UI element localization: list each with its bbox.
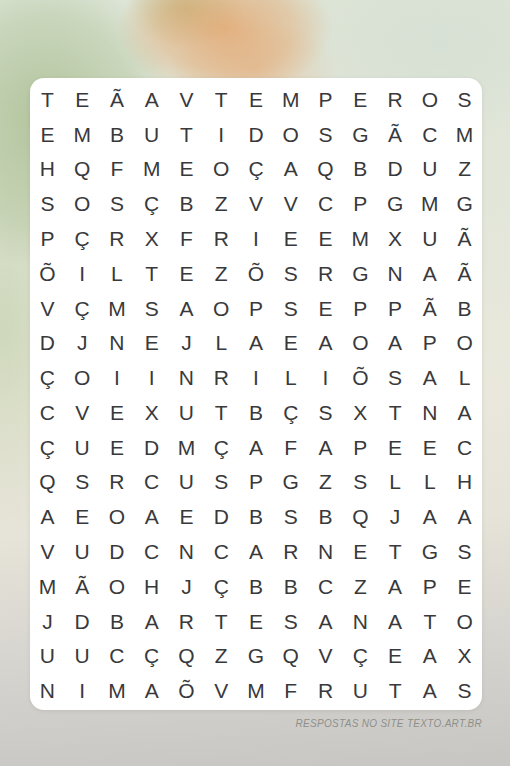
grid-cell: B bbox=[100, 117, 135, 152]
grid-cell: L bbox=[204, 325, 239, 360]
grid-cell: V bbox=[30, 534, 65, 569]
grid-cell: J bbox=[378, 499, 413, 534]
grid-cell: P bbox=[239, 465, 274, 500]
grid-cell: A bbox=[134, 604, 169, 639]
grid-cell: T bbox=[378, 395, 413, 430]
grid-cell: G bbox=[378, 186, 413, 221]
grid-cell: B bbox=[343, 152, 378, 187]
grid-cell: J bbox=[65, 325, 100, 360]
grid-cell: P bbox=[378, 291, 413, 326]
grid-cell: A bbox=[169, 291, 204, 326]
grid-cell: Q bbox=[169, 638, 204, 673]
grid-cell: N bbox=[100, 325, 135, 360]
grid-cell: Q bbox=[273, 638, 308, 673]
grid-cell: S bbox=[134, 291, 169, 326]
grid-cell: C bbox=[30, 395, 65, 430]
grid-cell: O bbox=[447, 325, 482, 360]
grid-cell: S bbox=[308, 395, 343, 430]
grid-cell: C bbox=[100, 638, 135, 673]
grid-cell: Ã bbox=[447, 256, 482, 291]
grid-cell: A bbox=[378, 325, 413, 360]
grid-cell: M bbox=[169, 430, 204, 465]
grid-cell: Ç bbox=[239, 152, 274, 187]
grid-cell: Ç bbox=[273, 395, 308, 430]
grid-cell: B bbox=[273, 569, 308, 604]
grid-cell: U bbox=[134, 117, 169, 152]
grid-cell: X bbox=[447, 638, 482, 673]
grid-cell: T bbox=[134, 256, 169, 291]
grid-cell: E bbox=[239, 82, 274, 117]
grid-cell: O bbox=[65, 186, 100, 221]
grid-cell: M bbox=[447, 117, 482, 152]
grid-cell: D bbox=[65, 604, 100, 639]
grid-cell: A bbox=[308, 430, 343, 465]
grid-cell: R bbox=[100, 465, 135, 500]
grid-cell: Z bbox=[343, 569, 378, 604]
grid-cell: A bbox=[273, 152, 308, 187]
grid-cell: S bbox=[273, 499, 308, 534]
grid-cell: C bbox=[134, 534, 169, 569]
grid-cell: E bbox=[65, 499, 100, 534]
grid-cell: C bbox=[204, 534, 239, 569]
grid-cell: S bbox=[308, 117, 343, 152]
grid-cell: D bbox=[204, 499, 239, 534]
grid-cell: Ç bbox=[134, 638, 169, 673]
grid-cell: T bbox=[169, 117, 204, 152]
grid-cell: N bbox=[308, 534, 343, 569]
grid-cell: Ç bbox=[65, 221, 100, 256]
grid-cell: U bbox=[65, 638, 100, 673]
grid-cell: E bbox=[308, 291, 343, 326]
grid-cell: Q bbox=[343, 499, 378, 534]
grid-cell: Ã bbox=[412, 291, 447, 326]
grid-cell: B bbox=[100, 604, 135, 639]
grid-cell: L bbox=[447, 360, 482, 395]
grid-cell: J bbox=[169, 325, 204, 360]
grid-cell: V bbox=[30, 291, 65, 326]
grid-cell: A bbox=[412, 638, 447, 673]
grid-cell: G bbox=[412, 534, 447, 569]
grid-cell: U bbox=[65, 430, 100, 465]
grid-cell: I bbox=[308, 360, 343, 395]
grid-cell: Z bbox=[204, 638, 239, 673]
grid-cell: X bbox=[378, 221, 413, 256]
grid-cell: C bbox=[134, 465, 169, 500]
grid-cell: E bbox=[100, 395, 135, 430]
grid-cell: F bbox=[100, 152, 135, 187]
grid-cell: V bbox=[308, 638, 343, 673]
grid-cell: O bbox=[447, 604, 482, 639]
grid-cell: E bbox=[378, 430, 413, 465]
grid-cell: I bbox=[100, 360, 135, 395]
grid-cell: B bbox=[169, 186, 204, 221]
grid-cell: E bbox=[378, 638, 413, 673]
grid-cell: D bbox=[100, 534, 135, 569]
grid-cell: X bbox=[134, 395, 169, 430]
grid-cell: M bbox=[30, 569, 65, 604]
grid-cell: O bbox=[273, 117, 308, 152]
grid-cell: Õ bbox=[30, 256, 65, 291]
grid-cell: U bbox=[65, 534, 100, 569]
grid-cell: S bbox=[343, 465, 378, 500]
grid-cell: U bbox=[169, 395, 204, 430]
grid-cell: Ç bbox=[30, 360, 65, 395]
grid-cell: B bbox=[308, 499, 343, 534]
grid-cell: A bbox=[239, 430, 274, 465]
grid-cell: D bbox=[134, 430, 169, 465]
grid-cell: S bbox=[447, 534, 482, 569]
grid-cell: J bbox=[169, 569, 204, 604]
grid-cell: U bbox=[412, 221, 447, 256]
grid-cell: T bbox=[378, 673, 413, 708]
grid-cell: D bbox=[378, 152, 413, 187]
grid-cell: O bbox=[412, 82, 447, 117]
grid-cell: H bbox=[134, 569, 169, 604]
grid-cell: A bbox=[412, 360, 447, 395]
grid-cell: P bbox=[343, 291, 378, 326]
grid-cell: E bbox=[308, 221, 343, 256]
grid-cell: I bbox=[239, 360, 274, 395]
answers-note: RESPOSTAS NO SITE TEXTO.ART.BR bbox=[296, 718, 482, 729]
grid-cell: A bbox=[412, 499, 447, 534]
grid-cell: E bbox=[169, 152, 204, 187]
grid-cell: M bbox=[65, 117, 100, 152]
grid-cell: U bbox=[169, 465, 204, 500]
grid-cell: G bbox=[343, 117, 378, 152]
grid-cell: Õ bbox=[239, 256, 274, 291]
grid-cell: E bbox=[412, 430, 447, 465]
grid-cell: G bbox=[273, 465, 308, 500]
grid-cell: G bbox=[447, 186, 482, 221]
grid-cell: P bbox=[239, 291, 274, 326]
grid-cell: S bbox=[65, 465, 100, 500]
grid-cell: U bbox=[343, 673, 378, 708]
grid-cell: G bbox=[343, 256, 378, 291]
grid-cell: Q bbox=[30, 465, 65, 500]
grid-cell: N bbox=[169, 360, 204, 395]
grid-cell: E bbox=[239, 604, 274, 639]
grid-cell: T bbox=[412, 604, 447, 639]
word-search-grid: TEÃAVTEMPEROSEMBUTIDOSGÃCMHQFMEOÇAQBDUZS… bbox=[30, 82, 482, 708]
grid-cell: A bbox=[412, 673, 447, 708]
grid-cell: P bbox=[343, 430, 378, 465]
grid-cell: N bbox=[30, 673, 65, 708]
grid-cell: Ã bbox=[447, 221, 482, 256]
grid-cell: Ç bbox=[204, 430, 239, 465]
grid-cell: S bbox=[378, 360, 413, 395]
grid-cell: R bbox=[169, 604, 204, 639]
grid-cell: R bbox=[308, 673, 343, 708]
grid-cell: B bbox=[239, 499, 274, 534]
grid-cell: E bbox=[65, 82, 100, 117]
grid-cell: O bbox=[65, 360, 100, 395]
grid-cell: T bbox=[204, 395, 239, 430]
grid-cell: X bbox=[134, 221, 169, 256]
grid-cell: V bbox=[169, 82, 204, 117]
grid-cell: Ç bbox=[30, 430, 65, 465]
grid-cell: L bbox=[273, 360, 308, 395]
grid-cell: A bbox=[447, 499, 482, 534]
grid-cell: M bbox=[100, 673, 135, 708]
puzzle-card: TEÃAVTEMPEROSEMBUTIDOSGÃCMHQFMEOÇAQBDUZS… bbox=[30, 78, 482, 710]
grid-cell: S bbox=[447, 673, 482, 708]
grid-cell: S bbox=[100, 186, 135, 221]
grid-cell: Ã bbox=[378, 117, 413, 152]
grid-cell: Ç bbox=[65, 291, 100, 326]
grid-cell: I bbox=[204, 117, 239, 152]
grid-cell: G bbox=[239, 638, 274, 673]
grid-cell: S bbox=[204, 465, 239, 500]
grid-cell: N bbox=[412, 395, 447, 430]
grid-cell: R bbox=[378, 82, 413, 117]
grid-cell: R bbox=[204, 221, 239, 256]
grid-cell: Z bbox=[204, 256, 239, 291]
grid-cell: Ç bbox=[204, 569, 239, 604]
grid-cell: S bbox=[273, 291, 308, 326]
grid-cell: N bbox=[343, 604, 378, 639]
grid-cell: C bbox=[308, 569, 343, 604]
grid-cell: M bbox=[273, 82, 308, 117]
grid-cell: E bbox=[273, 325, 308, 360]
grid-cell: C bbox=[308, 186, 343, 221]
grid-cell: A bbox=[239, 325, 274, 360]
grid-cell: A bbox=[134, 673, 169, 708]
grid-cell: Õ bbox=[343, 360, 378, 395]
grid-cell: Ã bbox=[100, 82, 135, 117]
grid-cell: T bbox=[204, 82, 239, 117]
grid-cell: Ã bbox=[65, 569, 100, 604]
grid-cell: U bbox=[30, 638, 65, 673]
grid-cell: V bbox=[204, 673, 239, 708]
grid-cell: Z bbox=[204, 186, 239, 221]
grid-cell: T bbox=[204, 604, 239, 639]
grid-cell: R bbox=[204, 360, 239, 395]
grid-cell: I bbox=[65, 673, 100, 708]
grid-cell: Q bbox=[65, 152, 100, 187]
grid-cell: H bbox=[30, 152, 65, 187]
grid-cell: M bbox=[412, 186, 447, 221]
grid-cell: P bbox=[412, 569, 447, 604]
grid-cell: O bbox=[343, 325, 378, 360]
grid-cell: C bbox=[412, 117, 447, 152]
grid-cell: F bbox=[169, 221, 204, 256]
grid-cell: V bbox=[239, 186, 274, 221]
grid-cell: P bbox=[343, 186, 378, 221]
grid-cell: P bbox=[30, 221, 65, 256]
grid-cell: A bbox=[239, 534, 274, 569]
grid-cell: M bbox=[100, 291, 135, 326]
grid-cell: J bbox=[30, 604, 65, 639]
grid-cell: B bbox=[447, 291, 482, 326]
grid-cell: L bbox=[412, 465, 447, 500]
grid-cell: A bbox=[134, 499, 169, 534]
grid-cell: A bbox=[412, 256, 447, 291]
grid-cell: I bbox=[239, 221, 274, 256]
grid-cell: P bbox=[308, 82, 343, 117]
grid-cell: Ç bbox=[343, 638, 378, 673]
grid-cell: I bbox=[65, 256, 100, 291]
grid-cell: A bbox=[378, 604, 413, 639]
grid-cell: S bbox=[30, 186, 65, 221]
grid-cell: A bbox=[378, 569, 413, 604]
grid-cell: D bbox=[30, 325, 65, 360]
grid-cell: B bbox=[239, 395, 274, 430]
grid-cell: E bbox=[30, 117, 65, 152]
grid-cell: F bbox=[273, 673, 308, 708]
grid-cell: F bbox=[273, 430, 308, 465]
grid-cell: V bbox=[273, 186, 308, 221]
grid-cell: E bbox=[169, 256, 204, 291]
grid-cell: Õ bbox=[169, 673, 204, 708]
grid-cell: A bbox=[30, 499, 65, 534]
grid-cell: O bbox=[204, 291, 239, 326]
grid-cell: T bbox=[30, 82, 65, 117]
grid-cell: A bbox=[134, 82, 169, 117]
grid-cell: C bbox=[447, 430, 482, 465]
grid-cell: P bbox=[412, 325, 447, 360]
grid-cell: M bbox=[343, 221, 378, 256]
grid-cell: E bbox=[100, 430, 135, 465]
grid-cell: S bbox=[273, 256, 308, 291]
grid-cell: R bbox=[273, 534, 308, 569]
grid-cell: L bbox=[378, 465, 413, 500]
grid-cell: V bbox=[65, 395, 100, 430]
grid-cell: R bbox=[308, 256, 343, 291]
grid-cell: M bbox=[239, 673, 274, 708]
grid-cell: O bbox=[100, 499, 135, 534]
grid-cell: R bbox=[100, 221, 135, 256]
grid-cell: Z bbox=[308, 465, 343, 500]
grid-cell: T bbox=[378, 534, 413, 569]
grid-cell: A bbox=[308, 604, 343, 639]
grid-cell: X bbox=[343, 395, 378, 430]
grid-cell: O bbox=[204, 152, 239, 187]
grid-cell: Q bbox=[308, 152, 343, 187]
grid-cell: E bbox=[134, 325, 169, 360]
grid-cell: H bbox=[447, 465, 482, 500]
grid-cell: I bbox=[134, 360, 169, 395]
grid-cell: D bbox=[239, 117, 274, 152]
grid-cell: E bbox=[447, 569, 482, 604]
grid-cell: U bbox=[412, 152, 447, 187]
grid-cell: L bbox=[100, 256, 135, 291]
grid-cell: E bbox=[343, 82, 378, 117]
grid-cell: S bbox=[447, 82, 482, 117]
grid-cell: M bbox=[134, 152, 169, 187]
grid-cell: O bbox=[100, 569, 135, 604]
grid-cell: A bbox=[447, 395, 482, 430]
grid-cell: N bbox=[378, 256, 413, 291]
grid-cell: B bbox=[239, 569, 274, 604]
grid-cell: N bbox=[169, 534, 204, 569]
grid-cell: A bbox=[308, 325, 343, 360]
grid-cell: E bbox=[343, 534, 378, 569]
grid-cell: Ç bbox=[134, 186, 169, 221]
grid-cell: E bbox=[273, 221, 308, 256]
grid-cell: Z bbox=[447, 152, 482, 187]
grid-cell: E bbox=[169, 499, 204, 534]
grid-cell: S bbox=[273, 604, 308, 639]
